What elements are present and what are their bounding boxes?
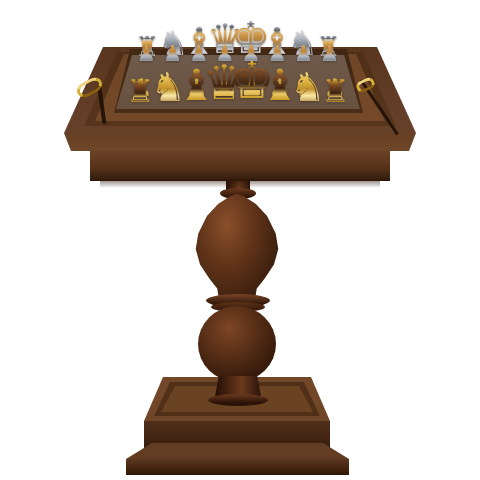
- piece-white-rook[interactable]: ♜: [322, 75, 350, 106]
- chess-table-photo: ♜♞♝♛♚♝♞♜♟♟♟♟♟♟♟♟♟♟♟♟♟♟♟♟♜♞♝♛♚♝♞♜: [0, 0, 480, 480]
- piece-black-pawn[interactable]: ♟: [137, 43, 157, 65]
- piece-black-pawn[interactable]: ♟: [320, 43, 340, 65]
- piece-white-knight[interactable]: ♞: [290, 66, 326, 106]
- pieces-layer: ♜♞♝♛♚♝♞♜♟♟♟♟♟♟♟♟♟♟♟♟♟♟♟♟♜♞♝♛♚♝♞♜: [0, 0, 480, 480]
